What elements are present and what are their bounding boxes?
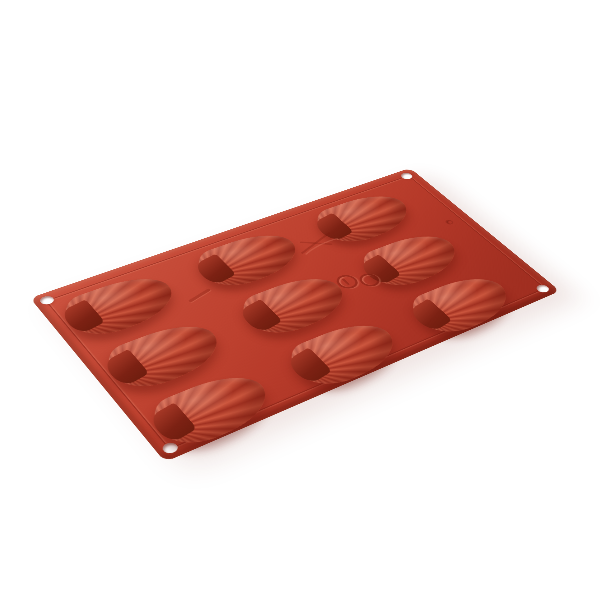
cavity-flat-face xyxy=(193,254,237,287)
cavity-flat-face xyxy=(102,349,150,388)
corner-hole-left xyxy=(38,295,56,306)
corner-hole-right xyxy=(534,283,551,293)
cavity-flat-face xyxy=(59,300,105,336)
embossed-vent-dot xyxy=(444,219,455,225)
cavity-flat-face xyxy=(237,299,282,334)
cavity-flat-face xyxy=(285,348,332,386)
product-photo-stage xyxy=(0,0,600,600)
cavity-flat-face xyxy=(408,299,453,334)
corner-hole-top xyxy=(399,172,414,180)
cavity-grid xyxy=(55,188,523,453)
cavity-flat-face xyxy=(148,403,198,446)
silicone-madeleine-mold xyxy=(30,168,560,462)
